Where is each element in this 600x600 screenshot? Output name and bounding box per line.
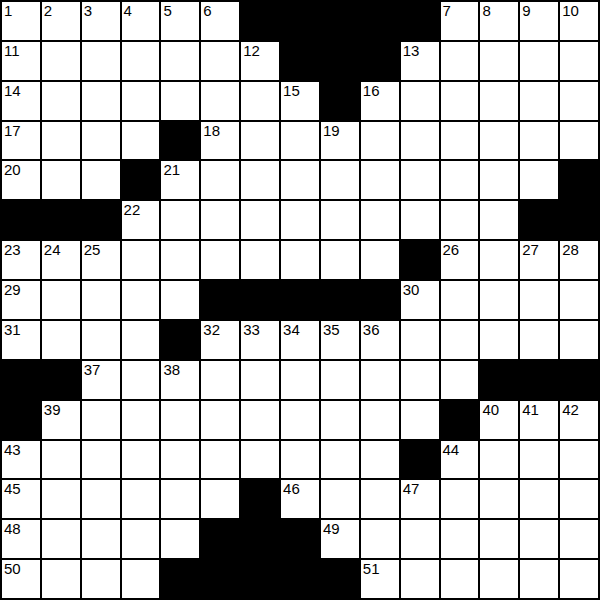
clue-number-49: 49 bbox=[323, 520, 340, 537]
white-cell-r10c7[interactable] bbox=[241, 361, 279, 399]
white-cell-r13c3[interactable] bbox=[82, 480, 120, 518]
white-cell-r14c2[interactable] bbox=[42, 520, 80, 558]
white-cell-r2c6[interactable] bbox=[201, 42, 239, 80]
white-cell-r14c13[interactable] bbox=[480, 520, 518, 558]
black-cell-r8c7 bbox=[241, 281, 279, 319]
white-cell-r6c8[interactable] bbox=[281, 201, 319, 239]
white-cell-r13c1[interactable]: 45 bbox=[2, 480, 40, 518]
clue-number-32: 32 bbox=[203, 321, 220, 338]
white-cell-r5c5[interactable]: 21 bbox=[161, 161, 199, 199]
black-cell-r8c8 bbox=[281, 281, 319, 319]
black-cell-r10c13 bbox=[480, 361, 518, 399]
clue-number-43: 43 bbox=[4, 441, 21, 458]
white-cell-r6c13[interactable] bbox=[480, 201, 518, 239]
black-cell-r14c8 bbox=[281, 520, 319, 558]
black-cell-r8c9 bbox=[321, 281, 359, 319]
white-cell-r14c5[interactable] bbox=[161, 520, 199, 558]
black-cell-r1c9 bbox=[321, 2, 359, 40]
white-cell-r8c13[interactable] bbox=[480, 281, 518, 319]
white-cell-r7c5[interactable] bbox=[161, 241, 199, 279]
white-cell-r2c7[interactable]: 12 bbox=[241, 42, 279, 80]
white-cell-r3c10[interactable]: 16 bbox=[361, 82, 399, 120]
white-cell-r4c7[interactable] bbox=[241, 122, 279, 160]
white-cell-r13c10[interactable] bbox=[361, 480, 399, 518]
black-cell-r2c10 bbox=[361, 42, 399, 80]
clue-number-16: 16 bbox=[363, 82, 380, 99]
white-cell-r1c3[interactable]: 3 bbox=[82, 2, 120, 40]
black-cell-r6c14 bbox=[520, 201, 558, 239]
white-cell-r4c14[interactable] bbox=[520, 122, 558, 160]
white-cell-r7c8[interactable] bbox=[281, 241, 319, 279]
black-cell-r13c7 bbox=[241, 480, 279, 518]
white-cell-r11c6[interactable] bbox=[201, 401, 239, 439]
white-cell-r9c10[interactable]: 36 bbox=[361, 321, 399, 359]
clue-number-40: 40 bbox=[482, 401, 499, 418]
black-cell-r15c8 bbox=[281, 560, 319, 598]
white-cell-r4c11[interactable] bbox=[401, 122, 439, 160]
white-cell-r4c6[interactable]: 18 bbox=[201, 122, 239, 160]
clue-number-21: 21 bbox=[163, 161, 180, 178]
clue-number-19: 19 bbox=[323, 122, 340, 139]
white-cell-r11c15[interactable]: 42 bbox=[560, 401, 598, 439]
clue-number-33: 33 bbox=[243, 321, 260, 338]
clue-number-12: 12 bbox=[243, 42, 260, 59]
white-cell-r2c1[interactable]: 11 bbox=[2, 42, 40, 80]
white-cell-r2c3[interactable] bbox=[82, 42, 120, 80]
white-cell-r12c13[interactable] bbox=[480, 441, 518, 479]
clue-number-5: 5 bbox=[163, 2, 171, 19]
clue-number-47: 47 bbox=[403, 480, 420, 497]
white-cell-r13c11[interactable]: 47 bbox=[401, 480, 439, 518]
clue-number-42: 42 bbox=[562, 401, 579, 418]
clue-number-8: 8 bbox=[482, 2, 490, 19]
white-cell-r10c3[interactable]: 37 bbox=[82, 361, 120, 399]
clue-number-28: 28 bbox=[562, 241, 579, 258]
white-cell-r13c9[interactable] bbox=[321, 480, 359, 518]
white-cell-r15c15[interactable] bbox=[560, 560, 598, 598]
white-cell-r5c3[interactable] bbox=[82, 161, 120, 199]
white-cell-r9c11[interactable] bbox=[401, 321, 439, 359]
clue-number-29: 29 bbox=[4, 281, 21, 298]
clue-number-46: 46 bbox=[283, 480, 300, 497]
white-cell-r8c2[interactable] bbox=[42, 281, 80, 319]
white-cell-r12c3[interactable] bbox=[82, 441, 120, 479]
white-cell-r5c10[interactable] bbox=[361, 161, 399, 199]
white-cell-r4c4[interactable] bbox=[122, 122, 160, 160]
black-cell-r1c10 bbox=[361, 2, 399, 40]
white-cell-r9c3[interactable] bbox=[82, 321, 120, 359]
white-cell-r7c4[interactable] bbox=[122, 241, 160, 279]
black-cell-r9c5 bbox=[161, 321, 199, 359]
white-cell-r10c8[interactable] bbox=[281, 361, 319, 399]
white-cell-r12c2[interactable] bbox=[42, 441, 80, 479]
white-cell-r12c12[interactable]: 44 bbox=[441, 441, 479, 479]
white-cell-r6c4[interactable]: 22 bbox=[122, 201, 160, 239]
white-cell-r11c13[interactable]: 40 bbox=[480, 401, 518, 439]
black-cell-r2c9 bbox=[321, 42, 359, 80]
clue-number-23: 23 bbox=[4, 241, 21, 258]
clue-number-45: 45 bbox=[4, 480, 21, 497]
white-cell-r6c12[interactable] bbox=[441, 201, 479, 239]
white-cell-r11c5[interactable] bbox=[161, 401, 199, 439]
white-cell-r13c4[interactable] bbox=[122, 480, 160, 518]
clue-number-44: 44 bbox=[443, 441, 460, 458]
white-cell-r3c11[interactable] bbox=[401, 82, 439, 120]
crossword-grid: 1234567891011121314151617181920212223242… bbox=[0, 0, 600, 600]
white-cell-r4c10[interactable] bbox=[361, 122, 399, 160]
white-cell-r5c6[interactable] bbox=[201, 161, 239, 199]
white-cell-r7c9[interactable] bbox=[321, 241, 359, 279]
white-cell-r1c4[interactable]: 4 bbox=[122, 2, 160, 40]
crossword-page: 1234567891011121314151617181920212223242… bbox=[0, 0, 600, 600]
white-cell-r10c12[interactable] bbox=[441, 361, 479, 399]
white-cell-r2c13[interactable] bbox=[480, 42, 518, 80]
white-cell-r4c9[interactable]: 19 bbox=[321, 122, 359, 160]
white-cell-r13c12[interactable] bbox=[441, 480, 479, 518]
white-cell-r11c9[interactable] bbox=[321, 401, 359, 439]
white-cell-r7c3[interactable]: 25 bbox=[82, 241, 120, 279]
white-cell-r15c2[interactable] bbox=[42, 560, 80, 598]
white-cell-r11c8[interactable] bbox=[281, 401, 319, 439]
white-cell-r13c6[interactable] bbox=[201, 480, 239, 518]
white-cell-r6c9[interactable] bbox=[321, 201, 359, 239]
clue-number-15: 15 bbox=[283, 82, 300, 99]
white-cell-r12c8[interactable] bbox=[281, 441, 319, 479]
white-cell-r14c15[interactable] bbox=[560, 520, 598, 558]
white-cell-r12c14[interactable] bbox=[520, 441, 558, 479]
white-cell-r15c11[interactable] bbox=[401, 560, 439, 598]
black-cell-r2c8 bbox=[281, 42, 319, 80]
black-cell-r11c12 bbox=[441, 401, 479, 439]
clue-number-13: 13 bbox=[403, 42, 420, 59]
white-cell-r4c8[interactable] bbox=[281, 122, 319, 160]
clue-number-38: 38 bbox=[163, 361, 180, 378]
white-cell-r7c6[interactable] bbox=[201, 241, 239, 279]
white-cell-r14c10[interactable] bbox=[361, 520, 399, 558]
black-cell-r15c9 bbox=[321, 560, 359, 598]
white-cell-r14c9[interactable]: 49 bbox=[321, 520, 359, 558]
white-cell-r9c13[interactable] bbox=[480, 321, 518, 359]
black-cell-r6c2 bbox=[42, 201, 80, 239]
white-cell-r12c1[interactable]: 43 bbox=[2, 441, 40, 479]
black-cell-r10c2 bbox=[42, 361, 80, 399]
white-cell-r3c6[interactable] bbox=[201, 82, 239, 120]
white-cell-r3c14[interactable] bbox=[520, 82, 558, 120]
white-cell-r13c5[interactable] bbox=[161, 480, 199, 518]
white-cell-r14c12[interactable] bbox=[441, 520, 479, 558]
white-cell-r15c3[interactable] bbox=[82, 560, 120, 598]
white-cell-r5c7[interactable] bbox=[241, 161, 279, 199]
white-cell-r3c13[interactable] bbox=[480, 82, 518, 120]
white-cell-r9c7[interactable]: 33 bbox=[241, 321, 279, 359]
clue-number-2: 2 bbox=[44, 2, 52, 19]
clue-number-6: 6 bbox=[203, 2, 211, 19]
white-cell-r12c6[interactable] bbox=[201, 441, 239, 479]
clue-number-25: 25 bbox=[84, 241, 101, 258]
white-cell-r15c13[interactable] bbox=[480, 560, 518, 598]
white-cell-r9c9[interactable]: 35 bbox=[321, 321, 359, 359]
clue-number-36: 36 bbox=[363, 321, 380, 338]
white-cell-r7c1[interactable]: 23 bbox=[2, 241, 40, 279]
white-cell-r5c8[interactable] bbox=[281, 161, 319, 199]
white-cell-r12c15[interactable] bbox=[560, 441, 598, 479]
clue-number-22: 22 bbox=[124, 201, 141, 218]
clue-number-35: 35 bbox=[323, 321, 340, 338]
white-cell-r2c2[interactable] bbox=[42, 42, 80, 80]
white-cell-r3c4[interactable] bbox=[122, 82, 160, 120]
black-cell-r10c1 bbox=[2, 361, 40, 399]
white-cell-r1c12[interactable]: 7 bbox=[441, 2, 479, 40]
clue-number-7: 7 bbox=[443, 2, 451, 19]
white-cell-r12c10[interactable] bbox=[361, 441, 399, 479]
clue-number-50: 50 bbox=[4, 560, 21, 577]
black-cell-r8c6 bbox=[201, 281, 239, 319]
white-cell-r3c5[interactable] bbox=[161, 82, 199, 120]
clue-number-51: 51 bbox=[363, 560, 380, 577]
white-cell-r3c15[interactable] bbox=[560, 82, 598, 120]
clue-number-27: 27 bbox=[522, 241, 539, 258]
clue-number-20: 20 bbox=[4, 161, 21, 178]
white-cell-r4c3[interactable] bbox=[82, 122, 120, 160]
white-cell-r3c8[interactable]: 15 bbox=[281, 82, 319, 120]
black-cell-r6c1 bbox=[2, 201, 40, 239]
clue-number-48: 48 bbox=[4, 520, 21, 537]
white-cell-r4c15[interactable] bbox=[560, 122, 598, 160]
white-cell-r1c5[interactable]: 5 bbox=[161, 2, 199, 40]
white-cell-r9c12[interactable] bbox=[441, 321, 479, 359]
white-cell-r11c3[interactable] bbox=[82, 401, 120, 439]
white-cell-r9c4[interactable] bbox=[122, 321, 160, 359]
white-cell-r3c3[interactable] bbox=[82, 82, 120, 120]
white-cell-r3c12[interactable] bbox=[441, 82, 479, 120]
white-cell-r13c8[interactable]: 46 bbox=[281, 480, 319, 518]
white-cell-r13c2[interactable] bbox=[42, 480, 80, 518]
white-cell-r11c4[interactable] bbox=[122, 401, 160, 439]
white-cell-r2c11[interactable]: 13 bbox=[401, 42, 439, 80]
white-cell-r14c4[interactable] bbox=[122, 520, 160, 558]
white-cell-r5c9[interactable] bbox=[321, 161, 359, 199]
white-cell-r9c1[interactable]: 31 bbox=[2, 321, 40, 359]
white-cell-r8c5[interactable] bbox=[161, 281, 199, 319]
white-cell-r9c15[interactable] bbox=[560, 321, 598, 359]
white-cell-r11c11[interactable] bbox=[401, 401, 439, 439]
white-cell-r10c4[interactable] bbox=[122, 361, 160, 399]
white-cell-r12c9[interactable] bbox=[321, 441, 359, 479]
clue-number-18: 18 bbox=[203, 122, 220, 139]
white-cell-r15c4[interactable] bbox=[122, 560, 160, 598]
white-cell-r12c4[interactable] bbox=[122, 441, 160, 479]
black-cell-r6c15 bbox=[560, 201, 598, 239]
black-cell-r11c1 bbox=[2, 401, 40, 439]
white-cell-r8c15[interactable] bbox=[560, 281, 598, 319]
white-cell-r8c12[interactable] bbox=[441, 281, 479, 319]
white-cell-r10c9[interactable] bbox=[321, 361, 359, 399]
black-cell-r7c11 bbox=[401, 241, 439, 279]
clue-number-26: 26 bbox=[443, 241, 460, 258]
white-cell-r1c15[interactable]: 10 bbox=[560, 2, 598, 40]
white-cell-r8c4[interactable] bbox=[122, 281, 160, 319]
black-cell-r15c7 bbox=[241, 560, 279, 598]
white-cell-r3c2[interactable] bbox=[42, 82, 80, 120]
white-cell-r10c5[interactable]: 38 bbox=[161, 361, 199, 399]
white-cell-r12c5[interactable] bbox=[161, 441, 199, 479]
black-cell-r3c9 bbox=[321, 82, 359, 120]
black-cell-r1c11 bbox=[401, 2, 439, 40]
white-cell-r4c12[interactable] bbox=[441, 122, 479, 160]
black-cell-r14c7 bbox=[241, 520, 279, 558]
black-cell-r1c7 bbox=[241, 2, 279, 40]
white-cell-r5c14[interactable] bbox=[520, 161, 558, 199]
white-cell-r4c2[interactable] bbox=[42, 122, 80, 160]
black-cell-r1c8 bbox=[281, 2, 319, 40]
white-cell-r3c1[interactable]: 14 bbox=[2, 82, 40, 120]
white-cell-r8c3[interactable] bbox=[82, 281, 120, 319]
clue-number-17: 17 bbox=[4, 122, 21, 139]
white-cell-r9c6[interactable]: 32 bbox=[201, 321, 239, 359]
white-cell-r15c14[interactable] bbox=[520, 560, 558, 598]
white-cell-r5c12[interactable] bbox=[441, 161, 479, 199]
white-cell-r2c4[interactable] bbox=[122, 42, 160, 80]
white-cell-r15c12[interactable] bbox=[441, 560, 479, 598]
white-cell-r6c10[interactable] bbox=[361, 201, 399, 239]
white-cell-r6c5[interactable] bbox=[161, 201, 199, 239]
white-cell-r7c10[interactable] bbox=[361, 241, 399, 279]
clue-number-41: 41 bbox=[522, 401, 539, 418]
white-cell-r8c11[interactable]: 30 bbox=[401, 281, 439, 319]
clue-number-24: 24 bbox=[44, 241, 61, 258]
white-cell-r14c3[interactable] bbox=[82, 520, 120, 558]
black-cell-r5c15 bbox=[560, 161, 598, 199]
white-cell-r1c14[interactable]: 9 bbox=[520, 2, 558, 40]
white-cell-r7c14[interactable]: 27 bbox=[520, 241, 558, 279]
white-cell-r15c10[interactable]: 51 bbox=[361, 560, 399, 598]
white-cell-r11c10[interactable] bbox=[361, 401, 399, 439]
clue-number-1: 1 bbox=[4, 2, 12, 19]
white-cell-r10c11[interactable] bbox=[401, 361, 439, 399]
white-cell-r10c10[interactable] bbox=[361, 361, 399, 399]
white-cell-r12c7[interactable] bbox=[241, 441, 279, 479]
white-cell-r9c8[interactable]: 34 bbox=[281, 321, 319, 359]
white-cell-r15c1[interactable]: 50 bbox=[2, 560, 40, 598]
white-cell-r5c13[interactable] bbox=[480, 161, 518, 199]
white-cell-r13c14[interactable] bbox=[520, 480, 558, 518]
black-cell-r15c6 bbox=[201, 560, 239, 598]
white-cell-r6c11[interactable] bbox=[401, 201, 439, 239]
white-cell-r8c14[interactable] bbox=[520, 281, 558, 319]
white-cell-r13c15[interactable] bbox=[560, 480, 598, 518]
white-cell-r1c6[interactable]: 6 bbox=[201, 2, 239, 40]
black-cell-r4c5 bbox=[161, 122, 199, 160]
white-cell-r11c2[interactable]: 39 bbox=[42, 401, 80, 439]
white-cell-r4c1[interactable]: 17 bbox=[2, 122, 40, 160]
white-cell-r7c2[interactable]: 24 bbox=[42, 241, 80, 279]
white-cell-r14c1[interactable]: 48 bbox=[2, 520, 40, 558]
white-cell-r11c7[interactable] bbox=[241, 401, 279, 439]
white-cell-r4c13[interactable] bbox=[480, 122, 518, 160]
white-cell-r8c1[interactable]: 29 bbox=[2, 281, 40, 319]
clue-number-31: 31 bbox=[4, 321, 21, 338]
white-cell-r10c6[interactable] bbox=[201, 361, 239, 399]
white-cell-r6c6[interactable] bbox=[201, 201, 239, 239]
white-cell-r5c1[interactable]: 20 bbox=[2, 161, 40, 199]
black-cell-r14c6 bbox=[201, 520, 239, 558]
black-cell-r10c15 bbox=[560, 361, 598, 399]
white-cell-r13c13[interactable] bbox=[480, 480, 518, 518]
black-cell-r10c14 bbox=[520, 361, 558, 399]
clue-number-9: 9 bbox=[522, 2, 530, 19]
black-cell-r6c3 bbox=[82, 201, 120, 239]
white-cell-r5c2[interactable] bbox=[42, 161, 80, 199]
white-cell-r7c13[interactable] bbox=[480, 241, 518, 279]
clue-number-3: 3 bbox=[84, 2, 92, 19]
clue-number-14: 14 bbox=[4, 82, 21, 99]
black-cell-r12c11 bbox=[401, 441, 439, 479]
white-cell-r14c11[interactable] bbox=[401, 520, 439, 558]
white-cell-r7c12[interactable]: 26 bbox=[441, 241, 479, 279]
clue-number-39: 39 bbox=[44, 401, 61, 418]
white-cell-r2c12[interactable] bbox=[441, 42, 479, 80]
clue-number-34: 34 bbox=[283, 321, 300, 338]
white-cell-r2c15[interactable] bbox=[560, 42, 598, 80]
clue-number-10: 10 bbox=[562, 2, 579, 19]
white-cell-r3c7[interactable] bbox=[241, 82, 279, 120]
clue-number-37: 37 bbox=[84, 361, 101, 378]
white-cell-r1c1[interactable]: 1 bbox=[2, 2, 40, 40]
white-cell-r11c14[interactable]: 41 bbox=[520, 401, 558, 439]
black-cell-r5c4 bbox=[122, 161, 160, 199]
white-cell-r1c2[interactable]: 2 bbox=[42, 2, 80, 40]
white-cell-r7c15[interactable]: 28 bbox=[560, 241, 598, 279]
white-cell-r9c2[interactable] bbox=[42, 321, 80, 359]
clue-number-4: 4 bbox=[124, 2, 132, 19]
clue-number-30: 30 bbox=[403, 281, 420, 298]
white-cell-r7c7[interactable] bbox=[241, 241, 279, 279]
black-cell-r8c10 bbox=[361, 281, 399, 319]
white-cell-r14c14[interactable] bbox=[520, 520, 558, 558]
white-cell-r1c13[interactable]: 8 bbox=[480, 2, 518, 40]
white-cell-r2c5[interactable] bbox=[161, 42, 199, 80]
clue-number-11: 11 bbox=[4, 42, 20, 59]
black-cell-r15c5 bbox=[161, 560, 199, 598]
white-cell-r5c11[interactable] bbox=[401, 161, 439, 199]
white-cell-r2c14[interactable] bbox=[520, 42, 558, 80]
white-cell-r9c14[interactable] bbox=[520, 321, 558, 359]
white-cell-r6c7[interactable] bbox=[241, 201, 279, 239]
